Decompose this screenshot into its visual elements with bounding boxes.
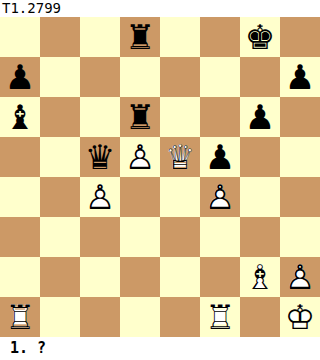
piece-white-bishop[interactable]: ♗	[240, 257, 280, 297]
square-h6[interactable]	[280, 97, 320, 137]
square-b1[interactable]	[40, 297, 80, 337]
square-h7[interactable]: ♟	[280, 57, 320, 97]
piece-black-queen[interactable]: ♛	[80, 137, 120, 177]
square-f1[interactable]: ♜♖	[200, 297, 240, 337]
square-d5[interactable]: ♟♙	[120, 137, 160, 177]
square-b5[interactable]	[40, 137, 80, 177]
piece-white-rook[interactable]: ♖	[200, 297, 240, 337]
piece-black-pawn[interactable]: ♟	[280, 57, 320, 97]
square-h5[interactable]	[280, 137, 320, 177]
square-d1[interactable]	[120, 297, 160, 337]
square-a4[interactable]	[0, 177, 40, 217]
piece-black-bishop[interactable]: ♝	[0, 97, 40, 137]
square-g8[interactable]: ♚	[240, 17, 280, 57]
square-b6[interactable]	[40, 97, 80, 137]
square-g2[interactable]: ♝♗	[240, 257, 280, 297]
piece-white-pawn[interactable]: ♙	[200, 177, 240, 217]
square-b3[interactable]	[40, 217, 80, 257]
square-g6[interactable]: ♟	[240, 97, 280, 137]
square-f8[interactable]	[200, 17, 240, 57]
square-g3[interactable]	[240, 217, 280, 257]
puzzle-title: T1.2799	[0, 0, 320, 17]
piece-black-rook[interactable]: ♜	[120, 97, 160, 137]
piece-black-rook[interactable]: ♜	[120, 17, 160, 57]
square-h8[interactable]	[280, 17, 320, 57]
square-f7[interactable]	[200, 57, 240, 97]
square-a3[interactable]	[0, 217, 40, 257]
square-d4[interactable]	[120, 177, 160, 217]
square-a8[interactable]	[0, 17, 40, 57]
square-b8[interactable]	[40, 17, 80, 57]
square-e8[interactable]	[160, 17, 200, 57]
square-e7[interactable]	[160, 57, 200, 97]
square-d6[interactable]: ♜	[120, 97, 160, 137]
square-b7[interactable]	[40, 57, 80, 97]
piece-white-pawn[interactable]: ♙	[120, 137, 160, 177]
square-h3[interactable]	[280, 217, 320, 257]
square-h1[interactable]: ♚♔	[280, 297, 320, 337]
piece-white-queen[interactable]: ♕	[160, 137, 200, 177]
square-f6[interactable]	[200, 97, 240, 137]
piece-white-pawn[interactable]: ♙	[80, 177, 120, 217]
square-a5[interactable]	[0, 137, 40, 177]
piece-black-pawn[interactable]: ♟	[200, 137, 240, 177]
square-a1[interactable]: ♜♖	[0, 297, 40, 337]
square-c6[interactable]	[80, 97, 120, 137]
square-d7[interactable]	[120, 57, 160, 97]
square-g7[interactable]	[240, 57, 280, 97]
square-a7[interactable]: ♟	[0, 57, 40, 97]
move-prompt: 1. ?	[0, 337, 320, 360]
piece-white-pawn[interactable]: ♙	[280, 257, 320, 297]
square-e5[interactable]: ♛♕	[160, 137, 200, 177]
square-f3[interactable]	[200, 217, 240, 257]
chess-board: ♜♚♟♟♝♜♟♛♟♙♛♕♟♟♙♟♙♝♗♟♙♜♖♜♖♚♔	[0, 17, 320, 337]
square-e3[interactable]	[160, 217, 200, 257]
piece-white-king[interactable]: ♔	[280, 297, 320, 337]
chess-puzzle-window: T1.2799 ♜♚♟♟♝♜♟♛♟♙♛♕♟♟♙♟♙♝♗♟♙♜♖♜♖♚♔ 1. ?	[0, 0, 320, 360]
square-f2[interactable]	[200, 257, 240, 297]
square-g1[interactable]	[240, 297, 280, 337]
square-h2[interactable]: ♟♙	[280, 257, 320, 297]
square-e2[interactable]	[160, 257, 200, 297]
square-c7[interactable]	[80, 57, 120, 97]
square-b2[interactable]	[40, 257, 80, 297]
square-c3[interactable]	[80, 217, 120, 257]
square-e1[interactable]	[160, 297, 200, 337]
square-f4[interactable]: ♟♙	[200, 177, 240, 217]
piece-black-king[interactable]: ♚	[240, 17, 280, 57]
square-c5[interactable]: ♛	[80, 137, 120, 177]
piece-black-pawn[interactable]: ♟	[240, 97, 280, 137]
square-d3[interactable]	[120, 217, 160, 257]
square-f5[interactable]: ♟	[200, 137, 240, 177]
square-c4[interactable]: ♟♙	[80, 177, 120, 217]
square-a2[interactable]	[0, 257, 40, 297]
square-g4[interactable]	[240, 177, 280, 217]
square-c2[interactable]	[80, 257, 120, 297]
piece-white-rook[interactable]: ♖	[0, 297, 40, 337]
square-d8[interactable]: ♜	[120, 17, 160, 57]
square-c8[interactable]	[80, 17, 120, 57]
piece-black-pawn[interactable]: ♟	[0, 57, 40, 97]
square-d2[interactable]	[120, 257, 160, 297]
square-e4[interactable]	[160, 177, 200, 217]
square-e6[interactable]	[160, 97, 200, 137]
square-b4[interactable]	[40, 177, 80, 217]
square-c1[interactable]	[80, 297, 120, 337]
square-h4[interactable]	[280, 177, 320, 217]
square-a6[interactable]: ♝	[0, 97, 40, 137]
square-g5[interactable]	[240, 137, 280, 177]
